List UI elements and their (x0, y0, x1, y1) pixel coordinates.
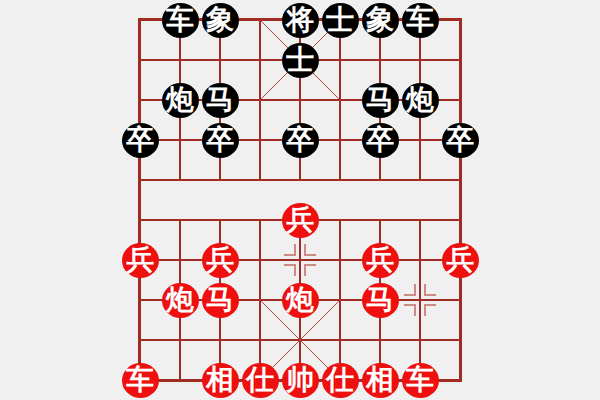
piece-black-general[interactable]: 将 (282, 3, 319, 38)
piece-black-soldier[interactable]: 卒 (202, 123, 239, 158)
piece-black-advisor[interactable]: 士 (282, 43, 319, 78)
piece-red-chariot[interactable]: 车 (402, 363, 439, 398)
piece-red-cannon[interactable]: 炮 (162, 283, 199, 318)
piece-black-cannon[interactable]: 炮 (402, 83, 439, 118)
piece-red-soldier[interactable]: 兵 (202, 243, 239, 278)
piece-red-general[interactable]: 帅 (282, 363, 319, 398)
piece-black-cannon[interactable]: 炮 (162, 83, 199, 118)
piece-red-horse[interactable]: 马 (202, 283, 239, 318)
xiangqi-board[interactable]: 车象将士象车士炮马马炮卒卒卒卒卒兵兵兵兵兵炮马炮马车相仕帅仕相车 (120, 0, 480, 400)
piece-red-elephant[interactable]: 相 (362, 363, 399, 398)
piece-black-soldier[interactable]: 卒 (362, 123, 399, 158)
piece-red-horse[interactable]: 马 (362, 283, 399, 318)
piece-black-chariot[interactable]: 车 (402, 3, 439, 38)
piece-black-horse[interactable]: 马 (202, 83, 239, 118)
piece-red-soldier[interactable]: 兵 (362, 243, 399, 278)
piece-black-soldier[interactable]: 卒 (122, 123, 159, 158)
piece-black-soldier[interactable]: 卒 (442, 123, 479, 158)
piece-red-cannon[interactable]: 炮 (282, 283, 319, 318)
piece-red-elephant[interactable]: 相 (202, 363, 239, 398)
piece-red-chariot[interactable]: 车 (122, 363, 159, 398)
piece-black-elephant[interactable]: 象 (362, 3, 399, 38)
piece-red-soldier[interactable]: 兵 (122, 243, 159, 278)
piece-red-advisor[interactable]: 仕 (242, 363, 279, 398)
piece-black-soldier[interactable]: 卒 (282, 123, 319, 158)
piece-red-soldier[interactable]: 兵 (442, 243, 479, 278)
piece-black-elephant[interactable]: 象 (202, 3, 239, 38)
piece-black-horse[interactable]: 马 (362, 83, 399, 118)
piece-black-advisor[interactable]: 士 (322, 3, 359, 38)
xiangqi-board-screen: 车象将士象车士炮马马炮卒卒卒卒卒兵兵兵兵兵炮马炮马车相仕帅仕相车 (0, 0, 600, 400)
piece-red-soldier[interactable]: 兵 (282, 203, 319, 238)
piece-red-advisor[interactable]: 仕 (322, 363, 359, 398)
piece-black-chariot[interactable]: 车 (162, 3, 199, 38)
